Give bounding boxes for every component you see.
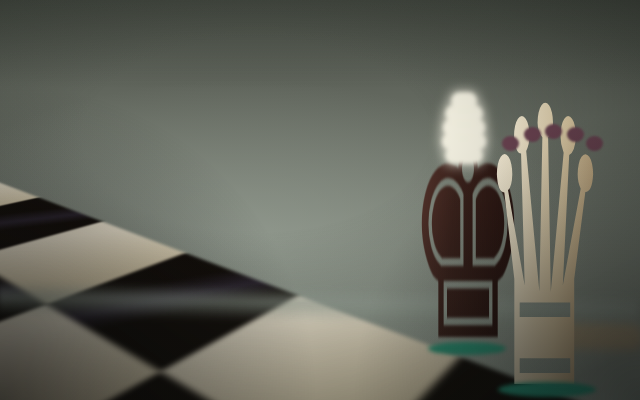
crown-ball <box>502 136 519 151</box>
board-area <box>0 0 640 400</box>
crown-ball <box>524 127 541 142</box>
queen-felt-base <box>498 382 596 397</box>
crown-ball <box>567 127 584 142</box>
crown-ball <box>586 136 603 151</box>
light-square-glow <box>553 323 640 351</box>
board-grid <box>0 0 640 400</box>
bulb-coil <box>445 147 483 164</box>
spiral-bulb-bokeh-icon <box>438 92 490 164</box>
chess-photo-scene: ♚ ♛ <box>0 0 640 400</box>
king-felt-base <box>428 342 506 355</box>
crown-ball <box>545 124 562 139</box>
